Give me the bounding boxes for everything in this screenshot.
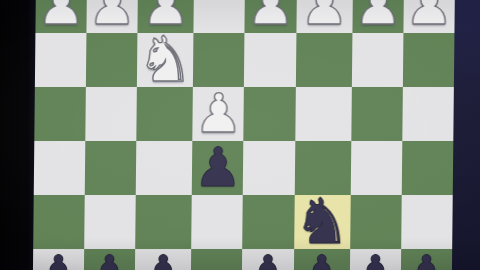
square-c7[interactable]: ♟: [293, 249, 350, 270]
square-g5[interactable]: [85, 141, 137, 195]
square-b4[interactable]: [351, 87, 403, 141]
square-b7[interactable]: ♟: [350, 249, 402, 270]
white-pawn-e4[interactable]: ♟: [194, 87, 243, 141]
black-knight-c6[interactable]: ♞: [294, 195, 351, 249]
square-d4[interactable]: [244, 87, 296, 141]
square-h4[interactable]: [34, 87, 86, 141]
black-pawn-h7[interactable]: ♟: [34, 249, 83, 270]
black-pawn-a7[interactable]: ♟: [402, 249, 451, 270]
square-c6[interactable]: ♞: [294, 195, 351, 249]
square-h2[interactable]: ♟: [35, 0, 87, 33]
square-g7[interactable]: ♟: [84, 249, 136, 270]
square-a7[interactable]: ♟: [401, 249, 453, 270]
square-b5[interactable]: [351, 141, 403, 195]
white-pawn-h2[interactable]: ♟: [37, 0, 86, 33]
white-pawn-g2[interactable]: ♟: [88, 0, 137, 33]
black-pawn-f7[interactable]: ♟: [139, 249, 188, 270]
white-pawn-a2[interactable]: ♟: [405, 0, 454, 33]
square-b2[interactable]: ♟: [352, 0, 404, 33]
square-f3[interactable]: ♞: [137, 33, 194, 87]
square-h5[interactable]: [34, 141, 86, 195]
square-e6[interactable]: [192, 195, 244, 249]
square-d6[interactable]: [243, 195, 295, 249]
square-c2[interactable]: ♟: [296, 0, 353, 33]
square-h3[interactable]: [35, 33, 87, 87]
square-f7[interactable]: ♟: [135, 249, 192, 270]
square-c3[interactable]: [295, 33, 352, 87]
white-pawn-c2[interactable]: ♟: [300, 0, 349, 33]
square-g4[interactable]: [85, 87, 137, 141]
square-e4[interactable]: ♟: [193, 87, 245, 141]
black-pawn-d7[interactable]: ♟: [243, 249, 292, 270]
square-e3[interactable]: [193, 33, 245, 87]
square-h7[interactable]: ♟: [33, 249, 85, 270]
square-e2[interactable]: [194, 0, 246, 33]
square-a4[interactable]: [402, 87, 454, 141]
black-pawn-e5[interactable]: ♟: [194, 141, 243, 195]
square-f4[interactable]: [136, 87, 193, 141]
black-pawn-c7[interactable]: ♟: [297, 249, 346, 270]
square-a5[interactable]: [402, 141, 454, 195]
square-f6[interactable]: [135, 195, 192, 249]
white-knight-f3[interactable]: ♞: [137, 33, 194, 87]
black-pawn-g7[interactable]: ♟: [85, 249, 134, 270]
square-d2[interactable]: ♟: [245, 0, 297, 33]
black-pawn-b7[interactable]: ♟: [351, 249, 400, 270]
video-frame: ♟♟♟♟♟♟♟♞♟♟♞♟♟♟♟♟♟♟: [0, 0, 480, 270]
square-g2[interactable]: ♟: [86, 0, 138, 33]
square-b3[interactable]: [352, 33, 404, 87]
square-c4[interactable]: [295, 87, 352, 141]
square-a3[interactable]: [403, 33, 455, 87]
square-f5[interactable]: [136, 141, 193, 195]
square-g6[interactable]: [84, 195, 136, 249]
square-d5[interactable]: [243, 141, 295, 195]
square-e7[interactable]: [191, 249, 243, 270]
white-pawn-b2[interactable]: ♟: [354, 0, 403, 33]
square-a6[interactable]: [401, 195, 453, 249]
white-pawn-d2[interactable]: ♟: [246, 0, 295, 33]
square-d3[interactable]: [244, 33, 296, 87]
square-b6[interactable]: [350, 195, 402, 249]
square-g3[interactable]: [86, 33, 138, 87]
right-letterbox: [450, 0, 480, 270]
square-e5[interactable]: ♟: [192, 141, 244, 195]
square-h6[interactable]: [33, 195, 85, 249]
chess-board: ♟♟♟♟♟♟♟♞♟♟♞♟♟♟♟♟♟♟: [33, 0, 455, 270]
square-d7[interactable]: ♟: [242, 249, 294, 270]
square-a2[interactable]: ♟: [403, 0, 455, 33]
